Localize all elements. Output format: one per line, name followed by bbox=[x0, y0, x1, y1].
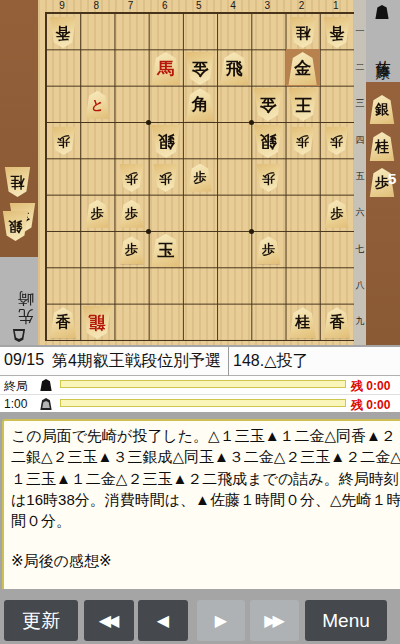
shogi-board[interactable]: 987654321 香桂香馬金飛金と角金王歩銀銀歩歩歩歩歩歩歩歩歩歩玉歩香龍桂香 bbox=[38, 0, 354, 345]
piece-桂-29[interactable]: 桂 bbox=[289, 307, 317, 338]
rank-label-7: 七 bbox=[354, 243, 366, 256]
piece-歩-94[interactable]: 歩 bbox=[51, 127, 76, 155]
menu-button[interactable]: Menu bbox=[305, 600, 387, 641]
sente-player-name: 佐藤康 bbox=[366, 21, 400, 81]
piece-歩-55[interactable]: 歩 bbox=[188, 164, 213, 192]
rank-label-6: 六 bbox=[354, 206, 366, 219]
file-label-4: 4 bbox=[216, 0, 250, 11]
move-status: 148.△投了 bbox=[233, 351, 308, 372]
rank-label-1: 一 bbox=[354, 25, 366, 38]
board-grid[interactable]: 香桂香馬金飛金と角金王歩銀銀歩歩歩歩歩歩歩歩歩歩玉歩香龍桂香 bbox=[45, 12, 355, 341]
previous-move-button[interactable]: ◀ bbox=[138, 600, 188, 641]
piece-王-23[interactable]: 王 bbox=[288, 88, 318, 121]
sente-tray-background: 5 銀桂歩 bbox=[366, 82, 400, 345]
rank-label-4: 四 bbox=[354, 134, 366, 147]
piece-角-53[interactable]: 角 bbox=[185, 88, 215, 121]
piece-香-19[interactable]: 香 bbox=[323, 307, 351, 338]
piece-歩-16[interactable]: 歩 bbox=[324, 200, 349, 228]
file-label-7: 7 bbox=[113, 0, 147, 11]
sente-clock-label: 終局 bbox=[4, 378, 28, 395]
piece-香-99[interactable]: 香 bbox=[49, 307, 77, 338]
star-point bbox=[146, 229, 151, 234]
commentary-footer: ※局後の感想※ bbox=[11, 552, 400, 571]
rank-label-9: 九 bbox=[354, 315, 366, 328]
rank-label-2: 二 bbox=[354, 61, 366, 74]
rewind-to-start-button[interactable]: ◀◀ bbox=[84, 600, 134, 641]
piece-銀-34[interactable]: 銀 bbox=[253, 125, 283, 158]
game-date: 09/15 bbox=[4, 351, 44, 369]
file-label-2: 2 bbox=[285, 0, 319, 11]
piece-桂-21[interactable]: 桂 bbox=[289, 17, 317, 48]
piece-歩-37[interactable]: 歩 bbox=[256, 236, 281, 264]
gote-mark-icon bbox=[40, 398, 52, 410]
piece-金-33[interactable]: 金 bbox=[253, 88, 283, 121]
file-labels: 987654321 bbox=[45, 0, 353, 12]
hand-piece-銀[interactable]: 銀 bbox=[369, 95, 395, 124]
sente-remaining-time: 残 0:00 bbox=[351, 378, 390, 395]
board-section: 先崎 桂金銀 987654321 香桂香馬金飛金と角金王歩銀銀歩歩歩歩歩歩歩歩歩… bbox=[0, 0, 400, 345]
sente-piece-icon bbox=[375, 5, 389, 19]
commentary-text: この局面で先崎が投了した。△１三玉▲１二金△同香▲２二銀△２三玉▲３三銀成△同玉… bbox=[11, 425, 400, 531]
piece-玉-67[interactable]: 玉 bbox=[151, 234, 181, 267]
piece-銀-64[interactable]: 銀 bbox=[151, 125, 181, 158]
file-label-1: 1 bbox=[319, 0, 353, 11]
rank-labels: 一二三四五六七八九 bbox=[354, 0, 366, 345]
piece-歩-76[interactable]: 歩 bbox=[119, 200, 144, 228]
commentary-panel[interactable]: この局面で先崎が投了した。△１三玉▲１二金△同香▲２二銀△２三玉▲３三銀成△同玉… bbox=[2, 419, 400, 593]
rank-label-3: 三 bbox=[354, 97, 366, 110]
piece-と-83[interactable]: と bbox=[85, 91, 110, 119]
star-point bbox=[249, 229, 254, 234]
gote-player-label: 先崎 bbox=[4, 262, 34, 342]
piece-香-11[interactable]: 香 bbox=[323, 17, 351, 48]
rank-label-8: 八 bbox=[354, 279, 366, 292]
next-move-button[interactable]: ▶ bbox=[197, 600, 245, 641]
file-label-8: 8 bbox=[79, 0, 113, 11]
pawn-count-badge: 5 bbox=[388, 170, 396, 187]
piece-歩-35[interactable]: 歩 bbox=[256, 164, 281, 192]
sente-player-panel: 佐藤康 bbox=[366, 0, 400, 82]
fast-forward-button[interactable]: ▶▶ bbox=[250, 600, 299, 641]
star-point bbox=[249, 120, 254, 125]
piece-金-52[interactable]: 金 bbox=[185, 52, 215, 85]
piece-歩-75[interactable]: 歩 bbox=[119, 164, 144, 192]
sente-mark-icon bbox=[40, 379, 52, 391]
piece-歩-77[interactable]: 歩 bbox=[119, 236, 144, 264]
gote-clock-row: 1:00 残 0:00 bbox=[0, 394, 400, 413]
hand-piece-桂[interactable]: 桂 bbox=[369, 132, 395, 161]
gote-remaining-time: 残 0:00 bbox=[351, 397, 390, 414]
game-info-bar: 09/15 第4期叡王戦段位別予選 148.△投了 bbox=[0, 347, 400, 376]
navigation-toolbar: 更新 ◀◀ ◀ ▶ ▶▶ Menu bbox=[0, 589, 400, 644]
rank-label-5: 五 bbox=[354, 170, 366, 183]
gote-time-bar bbox=[60, 399, 346, 407]
info-divider bbox=[228, 347, 229, 376]
sente-capture-tray: 佐藤康 5 銀桂歩 bbox=[366, 0, 400, 345]
event-title: 第4期叡王戦段位別予選 bbox=[52, 351, 227, 372]
file-label-6: 6 bbox=[148, 0, 182, 11]
sente-time-bar bbox=[60, 380, 346, 388]
piece-香-91[interactable]: 香 bbox=[49, 17, 77, 48]
piece-歩-14[interactable]: 歩 bbox=[324, 127, 349, 155]
shogi-app: 先崎 桂金銀 987654321 香桂香馬金飛金と角金王歩銀銀歩歩歩歩歩歩歩歩歩… bbox=[0, 0, 400, 644]
gote-piece-icon bbox=[13, 329, 26, 342]
piece-歩-24[interactable]: 歩 bbox=[290, 127, 315, 155]
gote-player-name: 先崎 bbox=[4, 289, 34, 325]
star-point bbox=[146, 120, 151, 125]
piece-歩-86[interactable]: 歩 bbox=[85, 200, 110, 228]
gote-capture-tray: 先崎 桂金銀 bbox=[0, 0, 38, 345]
piece-馬-62[interactable]: 馬 bbox=[151, 52, 181, 85]
file-label-3: 3 bbox=[250, 0, 284, 11]
gote-clock-label: 1:00 bbox=[4, 397, 27, 411]
piece-歩-65[interactable]: 歩 bbox=[153, 164, 178, 192]
file-label-5: 5 bbox=[182, 0, 216, 11]
clock-panel: 終局 残 0:00 1:00 残 0:00 bbox=[0, 376, 400, 412]
update-button[interactable]: 更新 bbox=[4, 600, 78, 641]
piece-龍-89[interactable]: 龍 bbox=[82, 306, 112, 339]
sente-clock-row: 終局 残 0:00 bbox=[0, 376, 400, 394]
piece-飛-42[interactable]: 飛 bbox=[219, 52, 249, 85]
file-label-9: 9 bbox=[45, 0, 79, 11]
